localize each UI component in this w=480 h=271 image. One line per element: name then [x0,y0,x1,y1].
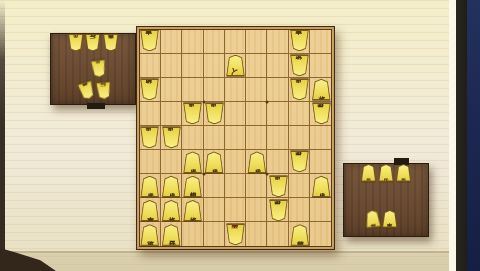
occupied-square: 歩兵 [160,126,181,150]
shogi-piece[interactable]: 歩兵 [140,127,159,149]
komadai-gote-captured-tray: 歩兵銀将角行歩兵角行飛車 [50,33,136,105]
shogi-piece[interactable]: 歩兵 [183,151,202,173]
shogi-piece[interactable]: 玉将 [290,55,309,77]
piece-kanji: と [231,60,241,71]
demonstration-board-scene: 歩兵銀将角行歩兵角行飛車 香車香車と玉将銀将歩兵金将歩兵歩兵桂馬歩兵歩兵歩兵歩兵… [0,0,480,271]
occupied-square: 玉将 [289,53,310,77]
komadai-row: 歩兵 [57,60,141,78]
shogi-piece[interactable]: 歩兵 [162,176,181,198]
shogi-piece[interactable]: 金将 [183,200,202,222]
shogi-piece[interactable]: 歩兵 [68,34,84,52]
piece-kanji: 銀将 [83,89,89,91]
shogi-piece[interactable]: 銀将 [183,176,202,198]
shogi-piece[interactable]: 香車 [140,200,159,222]
occupied-square: 香車 [139,199,160,223]
shogi-piece[interactable]: 歩兵 [205,151,224,173]
occupied-square: 桂馬 [311,102,332,126]
occupied-square: 桂馬 [289,150,310,174]
occupied-square: 香車 [139,29,160,53]
piece-kanji: 歩兵 [96,68,102,69]
shogi-piece[interactable]: 銀将 [140,79,159,101]
shogi-piece[interactable]: 歩兵 [247,151,266,173]
occupied-square: 歩兵 [160,174,181,198]
occupied-square: 銀将 [289,223,310,247]
shogi-piece[interactable]: 歩兵 [361,164,377,182]
komadai-sente-captured-tray: 金将香車歩兵歩兵歩兵 [343,163,429,237]
wall-lower-band [0,253,452,271]
occupied-square: と [225,53,246,77]
shogi-piece[interactable]: 香車 [140,30,159,52]
shogi-piece[interactable]: 歩兵 [396,164,412,182]
shogi-piece[interactable]: 龍王 [226,224,245,246]
komadai-tab [87,103,105,109]
door-frame-highlight [449,0,456,271]
shogi-piece[interactable]: 桂馬 [290,151,309,173]
occupied-square: 歩兵 [139,126,160,150]
door-frame [456,0,467,271]
occupied-square: 王将 [139,223,160,247]
left-wall-edge [0,0,5,271]
occupied-square: 桂馬 [268,199,289,223]
shogi-piece[interactable]: 角行 [95,81,112,100]
shogi-piece[interactable]: 歩兵 [140,176,159,198]
occupied-square: 歩兵 [139,174,160,198]
shogi-piece[interactable]: 香車 [290,30,309,52]
shogi-piece[interactable]: 飛車 [103,34,119,52]
shogi-piece[interactable]: 歩兵 [90,59,108,78]
occupied-square: 銀将 [139,77,160,101]
shogi-piece[interactable]: 桂馬 [269,200,288,222]
shogi-piece[interactable]: 金将 [364,209,381,228]
occupied-square: 歩兵 [311,174,332,198]
shogi-piece[interactable]: 歩兵 [378,164,394,182]
piece-kanji: 金将 [369,219,375,220]
komadai-row: 銀将角行 [53,82,137,100]
shogi-piece[interactable]: 金将 [162,200,181,222]
komadai-row: 金将香車 [339,210,423,228]
shogi-piece[interactable]: 桂馬 [312,103,331,125]
occupied-square: 歩兵 [268,174,289,198]
occupied-square: 歩兵 [203,150,224,174]
shogi-piece[interactable]: 王将 [140,224,159,246]
occupied-square: 歩兵 [289,77,310,101]
shogi-piece[interactable]: 歩兵 [269,176,288,198]
shogi-piece[interactable]: 歩兵 [312,176,331,198]
occupied-square: 金将 [160,199,181,223]
komadai-row: 歩兵歩兵歩兵 [344,164,428,182]
shogi-piece[interactable]: 歩兵 [205,103,224,125]
occupied-square: 龍王 [225,223,246,247]
piece-kanji: 角行 [101,90,107,91]
komadai-row: 歩兵角行飛車 [51,34,135,52]
shogi-piece[interactable]: 香車 [382,210,398,228]
occupied-square: 歩兵 [203,102,224,126]
occupied-square: 金将 [311,77,332,101]
shogi-piece[interactable]: 桂馬 [162,224,181,246]
shogi-piece[interactable]: 歩兵 [162,127,181,149]
shogi-piece[interactable]: と [226,55,245,77]
occupied-square: 歩兵 [246,150,267,174]
board-piece-layer: 香車香車と玉将銀将歩兵金将歩兵歩兵桂馬歩兵歩兵歩兵歩兵歩兵桂馬歩兵歩兵銀将歩兵歩… [139,29,332,247]
occupied-square: 歩兵 [182,150,203,174]
shogi-piece[interactable]: 歩兵 [290,79,309,101]
occupied-square: 歩兵 [182,102,203,126]
shogi-piece[interactable]: 銀将 [290,224,309,246]
shogi-piece[interactable]: 銀将 [76,80,96,101]
occupied-square: 桂馬 [160,223,181,247]
occupied-square: 銀将 [182,174,203,198]
shogi-piece[interactable]: 角行 [85,34,101,52]
occupied-square: 金将 [182,199,203,223]
navy-door-panel [467,0,480,271]
shogi-piece[interactable]: 歩兵 [183,103,202,125]
occupied-square: 香車 [289,29,310,53]
shogi-board: 香車香車と玉将銀将歩兵金将歩兵歩兵桂馬歩兵歩兵歩兵歩兵歩兵桂馬歩兵歩兵銀将歩兵歩… [136,26,335,250]
shogi-piece[interactable]: 金将 [312,79,331,101]
